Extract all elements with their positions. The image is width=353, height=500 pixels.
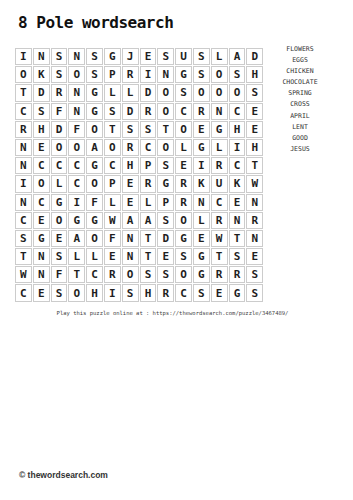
grid-cell[interactable]: O bbox=[229, 84, 246, 101]
word-list-item: JESUS bbox=[268, 144, 332, 155]
grid-cell[interactable]: O bbox=[193, 84, 210, 101]
grid-cell[interactable]: C bbox=[86, 266, 103, 283]
grid-cell[interactable]: R bbox=[246, 212, 263, 229]
grid-cell[interactable]: E bbox=[104, 248, 121, 265]
grid-cell[interactable]: T bbox=[15, 84, 32, 101]
grid-cell[interactable]: G bbox=[86, 157, 103, 174]
grid-cell[interactable]: S bbox=[246, 266, 263, 283]
grid-cell[interactable]: O bbox=[157, 139, 174, 156]
grid-cell[interactable]: S bbox=[193, 48, 210, 65]
grid-cell[interactable]: S bbox=[229, 66, 246, 83]
grid-cell[interactable]: T bbox=[68, 266, 85, 283]
grid-cell[interactable]: R bbox=[211, 212, 228, 229]
grid-cell[interactable]: D bbox=[33, 84, 50, 101]
grid-cell[interactable]: S bbox=[157, 212, 174, 229]
grid-cell[interactable]: S bbox=[51, 66, 68, 83]
grid-cell[interactable]: E bbox=[33, 139, 50, 156]
grid-cell[interactable]: F bbox=[51, 266, 68, 283]
grid-cell[interactable]: L bbox=[211, 139, 228, 156]
grid-cell[interactable]: G bbox=[33, 230, 50, 247]
grid-cell[interactable]: O bbox=[68, 66, 85, 83]
grid-cell[interactable]: I bbox=[193, 157, 210, 174]
word-list-item: FLOWERS bbox=[268, 44, 332, 55]
grid-cell[interactable]: S bbox=[157, 266, 174, 283]
grid-cell[interactable]: E bbox=[211, 284, 228, 301]
grid-cell[interactable]: C bbox=[15, 212, 32, 229]
grid-cell[interactable]: E bbox=[122, 194, 139, 211]
grid-cell[interactable]: R bbox=[175, 194, 192, 211]
grid-cell[interactable]: G bbox=[193, 266, 210, 283]
grid-cell[interactable]: S bbox=[246, 284, 263, 301]
grid-cell[interactable]: D bbox=[140, 84, 157, 101]
grid-cell[interactable]: H bbox=[246, 66, 263, 83]
grid-cell[interactable]: O bbox=[157, 84, 174, 101]
grid-cell[interactable]: K bbox=[193, 175, 210, 192]
grid-cell[interactable]: C bbox=[175, 284, 192, 301]
grid-cell[interactable]: G bbox=[104, 48, 121, 65]
grid-cell[interactable]: N bbox=[33, 248, 50, 265]
grid-cell[interactable]: S bbox=[33, 103, 50, 120]
grid-cell[interactable]: E bbox=[33, 284, 50, 301]
grid-cell[interactable]: G bbox=[86, 212, 103, 229]
grid-cell[interactable]: S bbox=[157, 48, 174, 65]
grid-cell[interactable]: T bbox=[246, 157, 263, 174]
grid-cell[interactable]: P bbox=[140, 157, 157, 174]
grid-cell[interactable]: S bbox=[193, 284, 210, 301]
grid-cell[interactable]: O bbox=[175, 266, 192, 283]
grid-cell[interactable]: N bbox=[15, 139, 32, 156]
grid-cell[interactable]: H bbox=[122, 157, 139, 174]
grid-cell[interactable]: C bbox=[51, 157, 68, 174]
grid-cell[interactable]: T bbox=[104, 121, 121, 138]
grid-cell[interactable]: I bbox=[68, 194, 85, 211]
grid-cell[interactable]: H bbox=[86, 284, 103, 301]
grid-cell[interactable]: L bbox=[193, 212, 210, 229]
grid-cell[interactable]: R bbox=[51, 84, 68, 101]
grid-cell[interactable]: E bbox=[140, 48, 157, 65]
grid-cell[interactable]: O bbox=[175, 121, 192, 138]
grid-cell[interactable]: D bbox=[157, 230, 174, 247]
grid-cell[interactable]: G bbox=[193, 139, 210, 156]
grid-cell[interactable]: I bbox=[140, 66, 157, 83]
grid-cell[interactable]: W bbox=[246, 175, 263, 192]
grid-cell[interactable]: N bbox=[246, 194, 263, 211]
grid-cell[interactable]: E bbox=[175, 157, 192, 174]
grid-cell[interactable]: E bbox=[229, 194, 246, 211]
grid-cell[interactable]: S bbox=[175, 84, 192, 101]
grid-cell[interactable]: C bbox=[33, 194, 50, 211]
grid-cell[interactable]: D bbox=[122, 103, 139, 120]
wordsearch-grid: INSNSGJESUSLADOKSOSPRINGSOSHTDRNGLLDOSOO… bbox=[15, 48, 263, 302]
grid-cell[interactable]: L bbox=[104, 194, 121, 211]
grid-cell[interactable]: F bbox=[68, 121, 85, 138]
word-list-item: APRIL bbox=[268, 111, 332, 122]
grid-cell[interactable]: G bbox=[86, 103, 103, 120]
grid-cell[interactable]: C bbox=[68, 175, 85, 192]
grid-cell[interactable]: E bbox=[246, 121, 263, 138]
grid-cell[interactable]: E bbox=[33, 212, 50, 229]
grid-cell[interactable]: O bbox=[68, 284, 85, 301]
grid-cell[interactable]: N bbox=[211, 103, 228, 120]
grid-cell[interactable]: L bbox=[140, 194, 157, 211]
grid-cell[interactable]: N bbox=[15, 194, 32, 211]
copyright-footer: © thewordsearch.com bbox=[19, 470, 108, 480]
grid-cell[interactable]: L bbox=[211, 48, 228, 65]
grid-cell[interactable]: R bbox=[122, 66, 139, 83]
grid-cell[interactable]: G bbox=[86, 84, 103, 101]
grid-cell[interactable]: R bbox=[157, 284, 174, 301]
grid-cell[interactable]: L bbox=[68, 248, 85, 265]
grid-cell[interactable]: E bbox=[157, 248, 174, 265]
grid-cell[interactable]: H bbox=[229, 121, 246, 138]
grid-cell[interactable]: D bbox=[51, 121, 68, 138]
grid-cell[interactable]: R bbox=[140, 175, 157, 192]
grid-cell[interactable]: S bbox=[140, 121, 157, 138]
grid-cell[interactable]: A bbox=[86, 139, 103, 156]
grid-cell[interactable]: O bbox=[211, 66, 228, 83]
grid-cell[interactable]: A bbox=[122, 212, 139, 229]
page-title: 8 Pole wordsearch bbox=[18, 13, 173, 32]
grid-cell[interactable]: C bbox=[211, 194, 228, 211]
grid-cell[interactable]: T bbox=[211, 248, 228, 265]
grid-cell[interactable]: O bbox=[33, 175, 50, 192]
grid-cell[interactable]: K bbox=[33, 66, 50, 83]
grid-cell[interactable]: C bbox=[104, 157, 121, 174]
grid-cell[interactable]: S bbox=[157, 157, 174, 174]
grid-cell[interactable]: O bbox=[51, 139, 68, 156]
grid-cell[interactable]: U bbox=[175, 48, 192, 65]
grid-cell[interactable]: R bbox=[104, 266, 121, 283]
grid-cell[interactable]: R bbox=[175, 175, 192, 192]
word-list-item: CROSS bbox=[268, 99, 332, 110]
grid-cell[interactable]: G bbox=[157, 175, 174, 192]
grid-cell[interactable]: L bbox=[86, 248, 103, 265]
grid-cell[interactable]: H bbox=[33, 121, 50, 138]
grid-cell[interactable]: I bbox=[15, 175, 32, 192]
grid-cell[interactable]: S bbox=[51, 248, 68, 265]
grid-cell[interactable]: N bbox=[68, 84, 85, 101]
grid-cell[interactable]: S bbox=[15, 230, 32, 247]
grid-cell[interactable]: R bbox=[211, 157, 228, 174]
grid-cell[interactable]: T bbox=[140, 248, 157, 265]
word-list-item: CHOCOLATE bbox=[268, 77, 332, 88]
grid-cell[interactable]: S bbox=[175, 248, 192, 265]
grid-cell[interactable]: F bbox=[51, 103, 68, 120]
grid-cell[interactable]: S bbox=[246, 84, 263, 101]
grid-cell[interactable]: S bbox=[140, 266, 157, 283]
grid-cell[interactable]: G bbox=[229, 284, 246, 301]
play-online-caption: Play this puzzle online at : https://the… bbox=[0, 310, 345, 316]
grid-cell[interactable]: S bbox=[51, 284, 68, 301]
grid-cell[interactable]: O bbox=[86, 175, 103, 192]
grid-cell[interactable]: G bbox=[68, 212, 85, 229]
grid-cell[interactable]: O bbox=[175, 212, 192, 229]
grid-cell[interactable]: K bbox=[229, 175, 246, 192]
grid-cell[interactable]: L bbox=[175, 139, 192, 156]
grid-cell[interactable]: C bbox=[229, 103, 246, 120]
grid-cell[interactable]: I bbox=[229, 139, 246, 156]
grid-cell[interactable]: U bbox=[211, 175, 228, 192]
grid-cell[interactable]: G bbox=[175, 230, 192, 247]
grid-cell[interactable]: C bbox=[15, 103, 32, 120]
grid-cell[interactable]: G bbox=[51, 194, 68, 211]
grid-cell[interactable]: L bbox=[51, 175, 68, 192]
word-list: FLOWERSEGGSCHICKENCHOCOLATESPRINGCROSSAP… bbox=[268, 44, 332, 155]
grid-cell[interactable]: E bbox=[246, 103, 263, 120]
grid-cell[interactable]: A bbox=[140, 212, 157, 229]
grid-cell[interactable]: N bbox=[157, 66, 174, 83]
grid-cell[interactable]: T bbox=[229, 230, 246, 247]
grid-cell[interactable]: W bbox=[15, 266, 32, 283]
grid-cell[interactable]: S bbox=[122, 121, 139, 138]
grid-cell[interactable]: F bbox=[104, 230, 121, 247]
word-list-item: GOOD bbox=[268, 133, 332, 144]
grid-cell[interactable]: P bbox=[157, 194, 174, 211]
grid-cell[interactable]: T bbox=[140, 230, 157, 247]
grid-cell[interactable]: W bbox=[211, 230, 228, 247]
grid-cell[interactable]: G bbox=[193, 248, 210, 265]
grid-cell[interactable]: C bbox=[175, 103, 192, 120]
grid-cell[interactable]: O bbox=[104, 139, 121, 156]
grid-cell[interactable]: C bbox=[68, 157, 85, 174]
grid-cell[interactable]: C bbox=[140, 139, 157, 156]
wordsearch-page: 8 Pole wordsearch INSNSGJESUSLADOKSOSPRI… bbox=[0, 0, 353, 500]
grid-cell[interactable]: C bbox=[33, 157, 50, 174]
grid-cell[interactable]: N bbox=[68, 48, 85, 65]
grid-cell[interactable]: R bbox=[229, 266, 246, 283]
grid-cell[interactable]: P bbox=[104, 66, 121, 83]
grid-cell[interactable]: P bbox=[104, 175, 121, 192]
grid-cell[interactable]: O bbox=[86, 121, 103, 138]
grid-cell[interactable]: E bbox=[246, 248, 263, 265]
grid-cell[interactable]: O bbox=[157, 103, 174, 120]
grid-cell[interactable]: R bbox=[193, 103, 210, 120]
grid-cell[interactable]: H bbox=[140, 284, 157, 301]
grid-cell[interactable]: N bbox=[193, 194, 210, 211]
grid-cell[interactable]: I bbox=[15, 48, 32, 65]
grid-cell[interactable]: H bbox=[246, 139, 263, 156]
word-list-item: SPRING bbox=[268, 88, 332, 99]
grid-cell[interactable]: S bbox=[86, 48, 103, 65]
grid-cell[interactable]: L bbox=[122, 84, 139, 101]
grid-cell[interactable]: S bbox=[104, 103, 121, 120]
grid-cell[interactable]: N bbox=[246, 230, 263, 247]
grid-cell[interactable]: D bbox=[246, 48, 263, 65]
grid-cell[interactable]: G bbox=[175, 66, 192, 83]
grid-cell[interactable]: L bbox=[104, 84, 121, 101]
grid-cell[interactable]: S bbox=[229, 248, 246, 265]
grid-cell[interactable]: N bbox=[15, 157, 32, 174]
grid-cell[interactable]: G bbox=[211, 121, 228, 138]
grid-cell[interactable]: R bbox=[211, 266, 228, 283]
grid-cell[interactable]: N bbox=[68, 103, 85, 120]
grid-cell[interactable]: A bbox=[68, 230, 85, 247]
grid-cell[interactable]: O bbox=[68, 139, 85, 156]
grid-cell[interactable]: O bbox=[122, 266, 139, 283]
grid-cell[interactable]: O bbox=[86, 230, 103, 247]
grid-cell[interactable]: C bbox=[229, 157, 246, 174]
grid-cell[interactable]: O bbox=[211, 84, 228, 101]
grid-cell[interactable]: S bbox=[122, 284, 139, 301]
grid-cell[interactable]: E bbox=[193, 230, 210, 247]
grid-cell[interactable]: A bbox=[229, 48, 246, 65]
grid-cell[interactable]: N bbox=[122, 248, 139, 265]
grid-cell[interactable]: S bbox=[193, 66, 210, 83]
grid-cell[interactable]: F bbox=[86, 194, 103, 211]
grid-cell[interactable]: W bbox=[104, 212, 121, 229]
grid-cell[interactable]: N bbox=[122, 230, 139, 247]
grid-cell[interactable]: E bbox=[51, 230, 68, 247]
grid-cell[interactable]: I bbox=[104, 284, 121, 301]
grid-cell[interactable]: R bbox=[140, 103, 157, 120]
grid-cell[interactable]: N bbox=[33, 48, 50, 65]
grid-cell[interactable]: R bbox=[122, 139, 139, 156]
grid-cell[interactable]: N bbox=[229, 212, 246, 229]
grid-cell[interactable]: E bbox=[193, 121, 210, 138]
grid-cell[interactable]: T bbox=[157, 121, 174, 138]
word-list-item: CHICKEN bbox=[268, 66, 332, 77]
grid-cell[interactable]: O bbox=[15, 66, 32, 83]
grid-cell[interactable]: E bbox=[122, 175, 139, 192]
word-list-item: EGGS bbox=[268, 55, 332, 66]
grid-cell[interactable]: N bbox=[33, 266, 50, 283]
grid-cell[interactable]: J bbox=[122, 48, 139, 65]
word-list-item: LENT bbox=[268, 122, 332, 133]
grid-cell[interactable]: O bbox=[51, 212, 68, 229]
grid-cell[interactable]: S bbox=[86, 66, 103, 83]
grid-cell[interactable]: T bbox=[15, 248, 32, 265]
grid-cell[interactable]: S bbox=[51, 48, 68, 65]
grid-cell[interactable]: C bbox=[15, 284, 32, 301]
grid-cell[interactable]: R bbox=[15, 121, 32, 138]
